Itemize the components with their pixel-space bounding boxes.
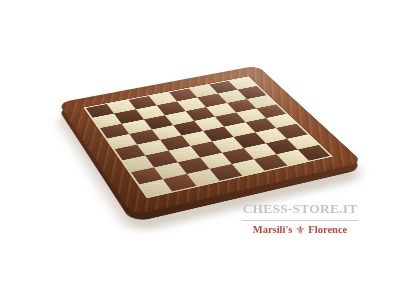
board-square bbox=[137, 140, 168, 156]
board-square bbox=[276, 149, 309, 165]
board-square bbox=[234, 133, 265, 148]
brand-name: Marsili's bbox=[253, 224, 293, 235]
board-square bbox=[244, 143, 276, 159]
board-square bbox=[181, 131, 212, 146]
board-square bbox=[297, 145, 330, 161]
board-square bbox=[129, 129, 159, 144]
chess-board bbox=[58, 66, 363, 216]
board-square bbox=[115, 145, 146, 161]
board-square bbox=[131, 167, 163, 184]
board-square bbox=[186, 169, 219, 186]
board-square bbox=[265, 139, 297, 155]
brand-city: Florence bbox=[308, 224, 347, 235]
board-square bbox=[160, 135, 191, 150]
store-name-text: CHESS-STORE.IT bbox=[242, 201, 358, 217]
brand-text: Marsili's⚜Florence bbox=[242, 224, 358, 237]
board-square bbox=[107, 134, 137, 149]
board-square bbox=[123, 156, 154, 172]
board-square bbox=[209, 164, 242, 181]
board-square bbox=[139, 179, 172, 197]
board-square bbox=[254, 154, 287, 170]
board-square bbox=[154, 162, 186, 179]
board-square bbox=[177, 157, 209, 174]
board-square bbox=[163, 174, 196, 192]
board-square bbox=[222, 148, 254, 164]
board-square bbox=[232, 159, 265, 176]
fleur-de-lis-icon: ⚜ bbox=[295, 224, 305, 237]
board-square bbox=[200, 153, 232, 169]
watermark: CHESS-STORE.IT Marsili's⚜Florence bbox=[242, 201, 358, 237]
product-photo: CHESS-STORE.IT Marsili's⚜Florence bbox=[0, 0, 400, 284]
board-square bbox=[286, 134, 318, 149]
brand-divider-line bbox=[242, 220, 358, 221]
board-square bbox=[190, 142, 221, 158]
board-square bbox=[276, 124, 307, 139]
board-square bbox=[168, 146, 199, 162]
board-square bbox=[146, 151, 177, 167]
board-square bbox=[212, 137, 243, 152]
